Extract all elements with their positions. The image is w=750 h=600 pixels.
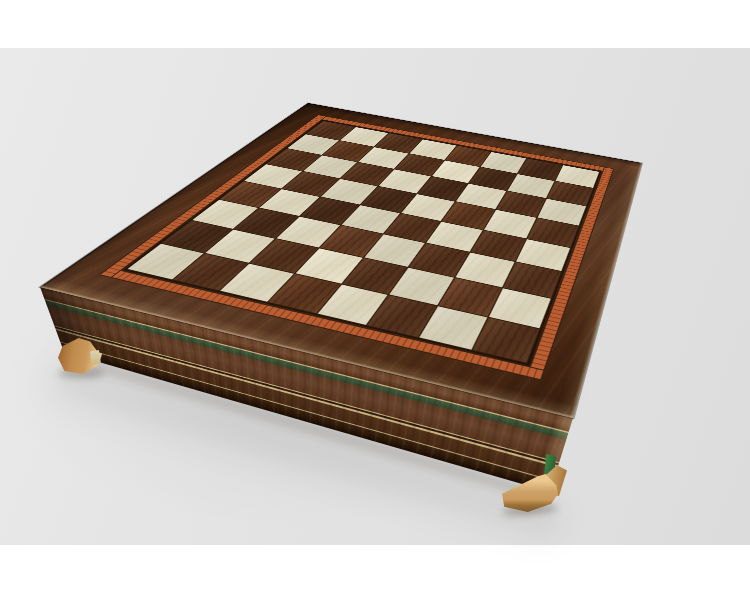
background-white-top [0, 0, 750, 48]
product-photo-stage [0, 0, 750, 600]
background-white-bottom [0, 545, 750, 600]
